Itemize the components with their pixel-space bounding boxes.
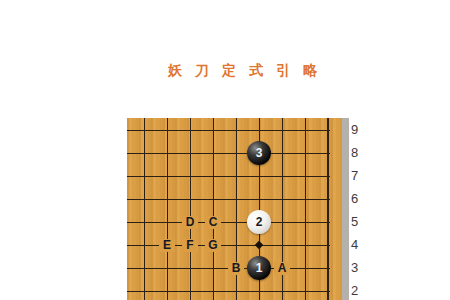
grid-line-h [127,176,330,177]
letter-A[interactable]: A [274,262,290,275]
joseki-diagram-page: 妖刀定式引略 ABCDEFG123 98765432 [0,0,450,300]
letter-G[interactable]: G [205,239,221,252]
row-label-6: 6 [351,192,367,206]
grid-line-v [190,118,191,300]
letter-D[interactable]: D [182,216,198,229]
letter-F[interactable]: F [182,239,198,252]
page-title: 妖刀定式引略 [168,62,330,80]
letter-B[interactable]: B [228,262,244,275]
stone-black-3: 3 [247,141,271,165]
grid-line-h [127,199,330,200]
go-board: ABCDEFG123 [127,118,342,300]
grid-line-h [127,291,330,292]
grid-line-v [167,118,168,300]
grid-line-v [144,118,145,300]
stone-white-2: 2 [247,210,271,234]
row-label-4: 4 [351,238,367,252]
grid-line-v [305,118,306,300]
grid-line-h [127,153,330,154]
row-label-7: 7 [351,169,367,183]
row-label-2: 2 [351,284,367,298]
grid-line-v [213,118,214,300]
row-label-5: 5 [351,215,367,229]
grid-line-h [127,222,330,223]
stone-black-1: 1 [247,256,271,280]
row-label-8: 8 [351,146,367,160]
letter-C[interactable]: C [205,216,221,229]
grid-line-h [127,245,330,246]
grid-line-h [127,130,330,131]
letter-E[interactable]: E [159,239,175,252]
board-edge-shadow [342,118,349,300]
row-label-3: 3 [351,261,367,275]
row-label-9: 9 [351,123,367,137]
grid-line-v [327,118,329,300]
